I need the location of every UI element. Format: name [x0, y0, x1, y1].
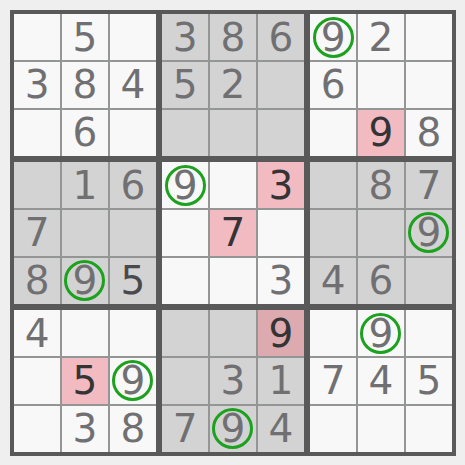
cell-value: 3	[221, 361, 246, 400]
cell-r1c4[interactable]: 3	[162, 14, 208, 60]
cell-value: 6	[268, 18, 293, 57]
green-circle-mark: 9	[165, 165, 206, 206]
box-4: 167895	[14, 162, 156, 304]
cell-r6c8[interactable]: 6	[358, 258, 404, 304]
cell-value: 8	[73, 65, 98, 104]
cell-r8c3[interactable]: 9	[110, 358, 156, 404]
cell-r9c4[interactable]: 7	[162, 406, 208, 452]
cell-r2c5[interactable]: 2	[210, 62, 256, 108]
cell-value: 8	[221, 18, 246, 57]
cell-r8c4[interactable]	[162, 358, 208, 404]
cell-value: 3	[73, 409, 98, 448]
cell-r1c3[interactable]	[110, 14, 156, 60]
cell-r1c9[interactable]	[406, 14, 452, 60]
cell-r5c4[interactable]	[162, 210, 208, 256]
cell-value: 6	[369, 261, 394, 300]
cell-r1c1[interactable]	[14, 14, 60, 60]
cell-r4c7[interactable]	[310, 162, 356, 208]
cell-value: 1	[73, 166, 98, 205]
cell-r2c2[interactable]: 8	[62, 62, 108, 108]
cell-value: 7	[25, 213, 50, 252]
cell-r2c8[interactable]	[358, 62, 404, 108]
cell-r3c8[interactable]: 9	[358, 110, 404, 156]
cell-r5c9[interactable]: 9	[406, 210, 452, 256]
cell-r9c7[interactable]	[310, 406, 356, 452]
cell-value: 9	[369, 314, 394, 353]
box-2: 38652	[162, 14, 304, 156]
cell-value: 8	[120, 409, 145, 448]
cell-value: 4	[369, 361, 394, 400]
cell-value: 7	[416, 166, 441, 205]
cell-r4c5[interactable]	[210, 162, 256, 208]
cell-value: 5	[120, 261, 145, 300]
cell-value: 5	[173, 65, 198, 104]
cell-r7c8[interactable]: 9	[358, 310, 404, 356]
cell-r2c7[interactable]: 6	[310, 62, 356, 108]
cell-value: 8	[25, 261, 50, 300]
cell-value: 6	[73, 113, 98, 152]
cell-value: 7	[173, 409, 198, 448]
cell-r8c5[interactable]: 3	[210, 358, 256, 404]
box-9: 9745	[310, 310, 452, 452]
cell-r6c2[interactable]: 9	[62, 258, 108, 304]
cell-value: 9	[321, 18, 346, 57]
cell-value: 4	[25, 314, 50, 353]
box-5: 9373	[162, 162, 304, 304]
cell-r6c6[interactable]: 3	[258, 258, 304, 304]
cell-value: 9	[416, 213, 441, 252]
cell-r2c3[interactable]: 4	[110, 62, 156, 108]
cell-r2c6[interactable]	[258, 62, 304, 108]
cell-r3c6[interactable]	[258, 110, 304, 156]
cell-r8c7[interactable]: 7	[310, 358, 356, 404]
cell-r9c2[interactable]: 3	[62, 406, 108, 452]
cell-r4c2[interactable]: 1	[62, 162, 108, 208]
cell-value: 6	[120, 166, 145, 205]
cell-value: 5	[416, 361, 441, 400]
cell-r8c8[interactable]: 4	[358, 358, 404, 404]
cell-value: 9	[369, 113, 394, 152]
cell-value: 9	[73, 261, 98, 300]
cell-r1c2[interactable]: 5	[62, 14, 108, 60]
cell-r5c2[interactable]	[62, 210, 108, 256]
cell-r7c9[interactable]	[406, 310, 452, 356]
box-6: 87946	[310, 162, 452, 304]
cell-r4c4[interactable]: 9	[162, 162, 208, 208]
cell-r9c8[interactable]	[358, 406, 404, 452]
cell-r4c9[interactable]: 7	[406, 162, 452, 208]
cell-r8c1[interactable]	[14, 358, 60, 404]
green-circle-mark: 9	[112, 360, 153, 401]
cell-value: 9	[120, 361, 145, 400]
cell-r3c9[interactable]: 8	[406, 110, 452, 156]
cell-r7c6[interactable]: 9	[258, 310, 304, 356]
cell-r7c7[interactable]	[310, 310, 356, 356]
cell-r9c9[interactable]	[406, 406, 452, 452]
cell-r9c5[interactable]: 9	[210, 406, 256, 452]
cell-r4c6[interactable]: 3	[258, 162, 304, 208]
cell-r2c1[interactable]: 3	[14, 62, 60, 108]
cell-r4c1[interactable]	[14, 162, 60, 208]
cell-r9c3[interactable]: 8	[110, 406, 156, 452]
cell-r3c4[interactable]	[162, 110, 208, 156]
cell-value: 3	[268, 261, 293, 300]
green-circle-mark: 9	[360, 313, 401, 354]
cell-r9c1[interactable]	[14, 406, 60, 452]
cell-r7c3[interactable]	[110, 310, 156, 356]
green-circle-mark: 9	[212, 408, 253, 449]
cell-value: 1	[268, 361, 293, 400]
cell-value: 5	[73, 361, 98, 400]
cell-r6c3[interactable]: 5	[110, 258, 156, 304]
cell-r6c4[interactable]	[162, 258, 208, 304]
cell-r5c3[interactable]	[110, 210, 156, 256]
cell-value: 9	[268, 314, 293, 353]
cell-value: 3	[173, 18, 198, 57]
cell-value: 3	[268, 166, 293, 205]
cell-value: 5	[73, 18, 98, 57]
cell-r7c1[interactable]: 4	[14, 310, 60, 356]
cell-r6c9[interactable]	[406, 258, 452, 304]
green-circle-mark: 9	[313, 17, 354, 58]
cell-r3c5[interactable]	[210, 110, 256, 156]
cell-r3c3[interactable]	[110, 110, 156, 156]
cell-r6c5[interactable]	[210, 258, 256, 304]
cell-r1c5[interactable]: 8	[210, 14, 256, 60]
cell-r3c2[interactable]: 6	[62, 110, 108, 156]
cell-r6c7[interactable]: 4	[310, 258, 356, 304]
cell-value: 7	[321, 361, 346, 400]
cell-r5c7[interactable]	[310, 210, 356, 256]
cell-value: 8	[416, 113, 441, 152]
cell-value: 9	[173, 166, 198, 205]
cell-r1c7[interactable]: 9	[310, 14, 356, 60]
cell-r7c4[interactable]	[162, 310, 208, 356]
cell-r4c3[interactable]: 6	[110, 162, 156, 208]
box-7: 45938	[14, 310, 156, 452]
cell-r8c2[interactable]: 5	[62, 358, 108, 404]
cell-r9c6[interactable]: 4	[258, 406, 304, 452]
cell-r5c1[interactable]: 7	[14, 210, 60, 256]
cell-value: 8	[369, 166, 394, 205]
cell-r7c5[interactable]	[210, 310, 256, 356]
cell-value: 3	[25, 65, 50, 104]
box-3: 92698	[310, 14, 452, 156]
cell-value: 2	[369, 18, 394, 57]
green-circle-mark: 9	[408, 212, 449, 253]
cell-r4c8[interactable]: 8	[358, 162, 404, 208]
cell-r3c1[interactable]	[14, 110, 60, 156]
box-8: 931794	[162, 310, 304, 452]
sudoku-board: 5384638652926981678959373879464593893179…	[10, 10, 456, 456]
cell-value: 4	[120, 65, 145, 104]
cell-value: 7	[221, 213, 246, 252]
cell-r1c6[interactable]: 6	[258, 14, 304, 60]
cell-r7c2[interactable]	[62, 310, 108, 356]
cell-r1c8[interactable]: 2	[358, 14, 404, 60]
cell-value: 6	[321, 65, 346, 104]
cell-value: 4	[268, 409, 293, 448]
cell-r2c9[interactable]	[406, 62, 452, 108]
cell-r6c1[interactable]: 8	[14, 258, 60, 304]
cell-value: 9	[221, 409, 246, 448]
cell-value: 2	[221, 65, 246, 104]
cell-r8c9[interactable]: 5	[406, 358, 452, 404]
cell-r3c7[interactable]	[310, 110, 356, 156]
box-1: 53846	[14, 14, 156, 156]
cell-r5c6[interactable]	[258, 210, 304, 256]
cell-r8c6[interactable]: 1	[258, 358, 304, 404]
cell-value: 4	[321, 261, 346, 300]
cell-r5c8[interactable]	[358, 210, 404, 256]
green-circle-mark: 9	[64, 260, 105, 301]
cell-r2c4[interactable]: 5	[162, 62, 208, 108]
cell-r5c5[interactable]: 7	[210, 210, 256, 256]
